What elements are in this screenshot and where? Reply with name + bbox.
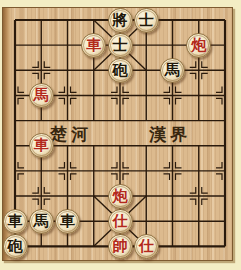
piece-red-advisor[interactable]: 仕 [108, 209, 133, 234]
piece-red-chariot[interactable]: 車 [81, 33, 106, 58]
piece-red-horse[interactable]: 馬 [29, 83, 54, 108]
piece-glyph: 馬 [30, 210, 53, 233]
piece-black-horse[interactable]: 馬 [160, 58, 185, 83]
piece-black-general[interactable]: 將 [108, 8, 133, 33]
piece-black-cannon[interactable]: 砲 [108, 58, 133, 83]
pieces-layer: 將士士砲馬車馬車砲車炮馬車炮仕帥仕 [0, 0, 241, 270]
piece-red-chariot[interactable]: 車 [29, 133, 54, 158]
piece-red-advisor[interactable]: 仕 [134, 234, 159, 259]
piece-glyph: 仕 [135, 235, 158, 258]
piece-glyph: 士 [109, 34, 132, 57]
piece-black-chariot[interactable]: 車 [3, 209, 28, 234]
piece-glyph: 士 [135, 9, 158, 32]
xiangqi-board: 楚河 漢界 將士士砲馬車馬車砲車炮馬車炮仕帥仕 [0, 0, 241, 270]
piece-black-advisor[interactable]: 士 [134, 8, 159, 33]
piece-glyph: 仕 [109, 210, 132, 233]
piece-glyph: 砲 [4, 235, 27, 258]
piece-glyph: 砲 [109, 59, 132, 82]
piece-black-cannon[interactable]: 砲 [3, 234, 28, 259]
piece-glyph: 車 [82, 34, 105, 57]
piece-black-advisor[interactable]: 士 [108, 33, 133, 58]
piece-red-general[interactable]: 帥 [108, 234, 133, 259]
piece-glyph: 車 [4, 210, 27, 233]
piece-glyph: 車 [56, 210, 79, 233]
piece-red-cannon[interactable]: 炮 [108, 184, 133, 209]
piece-black-chariot[interactable]: 車 [55, 209, 80, 234]
piece-glyph: 帥 [109, 235, 132, 258]
piece-red-cannon[interactable]: 炮 [186, 33, 211, 58]
piece-glyph: 車 [30, 134, 53, 157]
piece-glyph: 炮 [109, 185, 132, 208]
piece-glyph: 炮 [187, 34, 210, 57]
piece-black-horse[interactable]: 馬 [29, 209, 54, 234]
piece-glyph: 馬 [161, 59, 184, 82]
piece-glyph: 將 [109, 9, 132, 32]
piece-glyph: 馬 [30, 84, 53, 107]
